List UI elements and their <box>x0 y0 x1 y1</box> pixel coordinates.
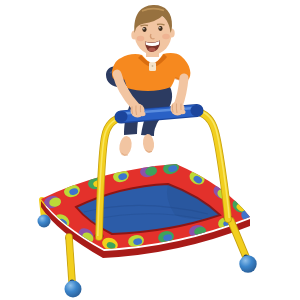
grip-end-right <box>191 105 202 116</box>
boy-eye-right <box>158 26 162 31</box>
ball-foot-front-right <box>239 255 256 272</box>
product-photo: Toddler boy in an orange polo shirt and … <box>0 0 300 300</box>
eye-glint <box>159 27 160 28</box>
boy-foot-right <box>142 133 155 153</box>
blush-right <box>162 34 170 40</box>
photo-background: Toddler boy in an orange polo shirt and … <box>0 0 300 300</box>
blush-left <box>137 36 145 42</box>
boy-head <box>131 5 174 55</box>
boy-foot-left <box>118 135 133 157</box>
trampoline-boy-scene: Toddler boy in an orange polo shirt and … <box>0 0 300 300</box>
ball-foot-rear-left <box>38 215 51 228</box>
boy-eye-left <box>142 27 146 32</box>
hand-thumb-left <box>140 112 146 116</box>
boy-tongue <box>149 48 156 52</box>
shirt-button <box>152 65 154 67</box>
eye-glint <box>143 28 144 29</box>
trampoline-leg-front-left <box>69 237 72 281</box>
hand-thumb-right <box>180 110 186 114</box>
grip-end-left <box>117 111 128 122</box>
ball-foot-front-left <box>65 281 82 298</box>
boy <box>106 5 190 157</box>
